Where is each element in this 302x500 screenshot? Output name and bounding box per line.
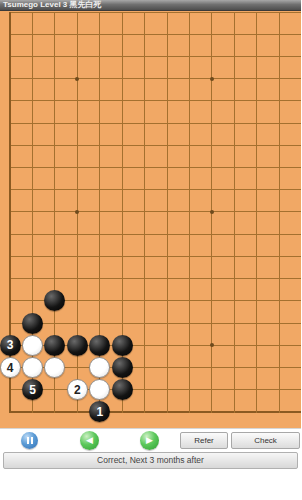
intersection[interactable] — [268, 245, 290, 267]
intersection[interactable] — [44, 356, 66, 378]
refer-button[interactable]: Refer — [180, 432, 228, 449]
intersection[interactable] — [178, 401, 200, 423]
intersection[interactable] — [156, 112, 178, 134]
black-stone — [67, 335, 88, 356]
intersection[interactable] — [291, 23, 302, 45]
intersection[interactable] — [0, 112, 21, 134]
intersection[interactable] — [291, 112, 302, 134]
intersection[interactable] — [111, 112, 133, 134]
intersection[interactable] — [89, 201, 111, 223]
intersection[interactable] — [223, 245, 245, 267]
black-stone — [22, 313, 43, 334]
intersection[interactable] — [291, 223, 302, 245]
intersection[interactable] — [111, 134, 133, 156]
intersection[interactable] — [178, 290, 200, 312]
intersection[interactable] — [201, 223, 223, 245]
intersection[interactable] — [133, 179, 155, 201]
intersection[interactable] — [44, 112, 66, 134]
intersection[interactable] — [246, 90, 268, 112]
intersection[interactable] — [246, 356, 268, 378]
intersection[interactable] — [21, 223, 43, 245]
intersection[interactable] — [66, 201, 88, 223]
intersection[interactable] — [156, 45, 178, 67]
intersection[interactable] — [66, 134, 88, 156]
back-arrow-icon: ◀ — [86, 431, 93, 450]
intersection[interactable] — [268, 90, 290, 112]
intersection[interactable] — [223, 90, 245, 112]
intersection[interactable] — [156, 401, 178, 423]
intersection[interactable] — [291, 201, 302, 223]
intersection[interactable] — [89, 112, 111, 134]
white-stone — [89, 379, 110, 400]
intersection[interactable] — [21, 401, 43, 423]
black-stone — [112, 379, 133, 400]
intersection[interactable] — [178, 112, 200, 134]
intersection[interactable] — [21, 112, 43, 134]
intersection[interactable] — [66, 156, 88, 178]
intersection[interactable] — [66, 11, 88, 23]
intersection[interactable] — [201, 112, 223, 134]
intersection[interactable] — [111, 268, 133, 290]
intersection[interactable] — [246, 156, 268, 178]
intersection[interactable] — [89, 11, 111, 23]
intersection[interactable] — [268, 334, 290, 356]
intersection[interactable] — [246, 334, 268, 356]
intersection[interactable] — [111, 201, 133, 223]
status-text: Correct, Next 3 months after — [97, 455, 204, 465]
intersection[interactable] — [133, 68, 155, 90]
star-point — [210, 77, 214, 81]
intersection[interactable] — [133, 401, 155, 423]
intersection[interactable] — [178, 312, 200, 334]
move-number: 2 — [74, 383, 81, 397]
intersection[interactable] — [156, 356, 178, 378]
intersection[interactable] — [156, 11, 178, 23]
intersection[interactable] — [223, 23, 245, 45]
intersection[interactable] — [44, 401, 66, 423]
intersection[interactable] — [0, 90, 21, 112]
intersection[interactable] — [201, 334, 223, 356]
intersection[interactable] — [66, 223, 88, 245]
intersection[interactable] — [201, 134, 223, 156]
intersection[interactable] — [223, 68, 245, 90]
intersection[interactable] — [111, 312, 133, 334]
intersection[interactable] — [246, 312, 268, 334]
white-stone — [89, 357, 110, 378]
intersection[interactable] — [21, 356, 43, 378]
intersection[interactable] — [223, 268, 245, 290]
intersection[interactable] — [133, 156, 155, 178]
intersection[interactable] — [66, 290, 88, 312]
intersection[interactable] — [268, 156, 290, 178]
intersection[interactable] — [21, 45, 43, 67]
black-stone — [44, 290, 65, 311]
intersection[interactable] — [223, 334, 245, 356]
intersection[interactable]: 4 — [0, 356, 21, 378]
intersection[interactable] — [156, 68, 178, 90]
intersection[interactable] — [178, 11, 200, 23]
black-stone — [44, 335, 65, 356]
intersection[interactable] — [21, 11, 43, 23]
intersection[interactable] — [111, 68, 133, 90]
intersection[interactable] — [66, 112, 88, 134]
intersection[interactable] — [201, 23, 223, 45]
intersection[interactable] — [133, 268, 155, 290]
intersection[interactable] — [21, 245, 43, 267]
intersection[interactable] — [0, 156, 21, 178]
black-stone — [89, 335, 110, 356]
intersection[interactable] — [0, 245, 21, 267]
intersection[interactable] — [66, 334, 88, 356]
intersection[interactable] — [178, 68, 200, 90]
intersection[interactable] — [44, 45, 66, 67]
intersection[interactable] — [268, 401, 290, 423]
intersection[interactable] — [111, 179, 133, 201]
intersection[interactable] — [201, 290, 223, 312]
intersection[interactable] — [133, 112, 155, 134]
move-number: 3 — [7, 338, 14, 352]
intersection[interactable] — [44, 68, 66, 90]
intersection[interactable] — [111, 356, 133, 378]
intersection[interactable] — [111, 401, 133, 423]
intersection[interactable] — [268, 112, 290, 134]
intersection[interactable] — [21, 268, 43, 290]
intersection[interactable] — [201, 90, 223, 112]
intersection[interactable] — [156, 245, 178, 267]
intersection[interactable] — [291, 45, 302, 67]
intersection[interactable] — [0, 179, 21, 201]
intersection[interactable] — [133, 245, 155, 267]
intersection[interactable] — [21, 334, 43, 356]
intersection[interactable] — [223, 45, 245, 67]
intersection[interactable] — [223, 401, 245, 423]
intersection[interactable] — [89, 334, 111, 356]
intersection[interactable] — [291, 134, 302, 156]
intersection[interactable] — [44, 245, 66, 267]
intersection[interactable] — [66, 68, 88, 90]
intersection[interactable] — [156, 290, 178, 312]
intersection[interactable] — [178, 23, 200, 45]
intersection[interactable] — [0, 401, 21, 423]
star-point — [75, 210, 79, 214]
intersection[interactable] — [201, 356, 223, 378]
intersection[interactable] — [178, 379, 200, 401]
intersection[interactable] — [178, 334, 200, 356]
intersection[interactable] — [133, 356, 155, 378]
intersection[interactable] — [44, 11, 66, 23]
intersection[interactable] — [44, 312, 66, 334]
intersection[interactable] — [178, 201, 200, 223]
intersection[interactable] — [133, 134, 155, 156]
intersection[interactable] — [111, 90, 133, 112]
intersection[interactable] — [246, 290, 268, 312]
intersection[interactable] — [89, 356, 111, 378]
intersection[interactable] — [21, 290, 43, 312]
intersection[interactable] — [89, 45, 111, 67]
intersection[interactable] — [44, 179, 66, 201]
intersection[interactable] — [44, 379, 66, 401]
intersection[interactable] — [291, 245, 302, 267]
intersection[interactable] — [246, 223, 268, 245]
intersection[interactable] — [21, 90, 43, 112]
intersection[interactable] — [268, 223, 290, 245]
intersection[interactable] — [223, 179, 245, 201]
intersection[interactable] — [291, 156, 302, 178]
intersection[interactable] — [111, 379, 133, 401]
intersection[interactable] — [21, 68, 43, 90]
intersection[interactable] — [0, 201, 21, 223]
intersection[interactable] — [156, 379, 178, 401]
intersection[interactable] — [178, 90, 200, 112]
intersection[interactable] — [223, 223, 245, 245]
intersection[interactable] — [0, 290, 21, 312]
intersection[interactable] — [201, 201, 223, 223]
intersection[interactable] — [268, 201, 290, 223]
intersection[interactable] — [268, 268, 290, 290]
intersection[interactable] — [133, 45, 155, 67]
intersection[interactable] — [246, 201, 268, 223]
intersection[interactable] — [89, 290, 111, 312]
intersection[interactable] — [66, 179, 88, 201]
intersection[interactable] — [246, 45, 268, 67]
title-bar: Tsumego Level 3 黑先白死 — [0, 0, 301, 11]
black-stone — [112, 335, 133, 356]
intersection[interactable] — [201, 68, 223, 90]
intersection[interactable] — [201, 245, 223, 267]
intersection[interactable] — [246, 23, 268, 45]
intersection[interactable] — [0, 11, 21, 23]
intersection[interactable] — [246, 11, 268, 23]
pause-button[interactable] — [21, 432, 38, 449]
intersection[interactable] — [44, 156, 66, 178]
intersection[interactable] — [291, 179, 302, 201]
intersection[interactable] — [156, 90, 178, 112]
intersection[interactable] — [201, 312, 223, 334]
intersection[interactable] — [178, 356, 200, 378]
intersection[interactable] — [156, 334, 178, 356]
intersection[interactable] — [21, 156, 43, 178]
check-button[interactable]: Check — [231, 432, 300, 449]
intersection[interactable] — [246, 268, 268, 290]
intersection[interactable] — [66, 312, 88, 334]
intersection[interactable] — [291, 401, 302, 423]
intersection[interactable] — [156, 179, 178, 201]
intersection[interactable] — [291, 268, 302, 290]
intersection[interactable] — [291, 379, 302, 401]
intersection[interactable] — [21, 23, 43, 45]
intersection[interactable] — [223, 312, 245, 334]
intersection[interactable] — [223, 11, 245, 23]
intersection[interactable] — [0, 68, 21, 90]
intersection[interactable] — [0, 223, 21, 245]
intersection[interactable] — [111, 245, 133, 267]
intersection[interactable] — [268, 312, 290, 334]
intersection[interactable] — [21, 201, 43, 223]
intersection[interactable] — [178, 223, 200, 245]
intersection[interactable] — [0, 312, 21, 334]
intersection[interactable] — [223, 156, 245, 178]
intersection[interactable] — [21, 134, 43, 156]
intersection[interactable] — [111, 11, 133, 23]
intersection[interactable] — [201, 379, 223, 401]
intersection[interactable] — [66, 401, 88, 423]
intersection[interactable] — [66, 245, 88, 267]
intersection[interactable] — [89, 379, 111, 401]
intersection[interactable] — [201, 401, 223, 423]
intersection[interactable] — [201, 268, 223, 290]
move-number: 4 — [7, 361, 14, 375]
intersection[interactable] — [268, 68, 290, 90]
intersection[interactable] — [66, 90, 88, 112]
intersection[interactable] — [111, 45, 133, 67]
intersection[interactable] — [223, 356, 245, 378]
intersection[interactable] — [156, 23, 178, 45]
intersection[interactable] — [44, 334, 66, 356]
intersection[interactable] — [156, 312, 178, 334]
intersection[interactable] — [89, 312, 111, 334]
intersection[interactable] — [133, 201, 155, 223]
intersection[interactable] — [89, 23, 111, 45]
intersection[interactable] — [268, 379, 290, 401]
intersection[interactable] — [21, 179, 43, 201]
intersection[interactable] — [291, 312, 302, 334]
board-grid: 34521 — [0, 11, 301, 423]
intersection[interactable] — [0, 134, 21, 156]
star-point — [210, 343, 214, 347]
intersection[interactable] — [178, 245, 200, 267]
intersection[interactable]: 2 — [66, 379, 88, 401]
intersection[interactable] — [268, 45, 290, 67]
go-board: 34521 — [0, 11, 301, 428]
intersection[interactable] — [178, 156, 200, 178]
intersection[interactable]: 5 — [21, 379, 43, 401]
intersection[interactable] — [268, 356, 290, 378]
intersection[interactable] — [89, 268, 111, 290]
intersection[interactable] — [44, 134, 66, 156]
intersection[interactable] — [201, 11, 223, 23]
intersection[interactable] — [66, 268, 88, 290]
intersection[interactable] — [201, 45, 223, 67]
intersection[interactable] — [89, 90, 111, 112]
black-stone: 3 — [0, 335, 21, 356]
white-stone — [22, 335, 43, 356]
intersection[interactable] — [66, 23, 88, 45]
intersection[interactable] — [291, 90, 302, 112]
intersection[interactable] — [0, 379, 21, 401]
intersection[interactable] — [44, 223, 66, 245]
intersection[interactable] — [133, 11, 155, 23]
intersection[interactable] — [178, 179, 200, 201]
intersection[interactable] — [268, 179, 290, 201]
intersection[interactable] — [291, 11, 302, 23]
intersection[interactable] — [66, 45, 88, 67]
intersection[interactable] — [156, 201, 178, 223]
intersection[interactable] — [201, 179, 223, 201]
intersection[interactable] — [133, 23, 155, 45]
intersection[interactable] — [246, 245, 268, 267]
intersection[interactable] — [268, 11, 290, 23]
intersection[interactable] — [44, 90, 66, 112]
intersection[interactable] — [89, 223, 111, 245]
intersection[interactable]: 3 — [0, 334, 21, 356]
intersection[interactable] — [178, 134, 200, 156]
intersection[interactable] — [89, 156, 111, 178]
intersection[interactable] — [111, 223, 133, 245]
intersection[interactable] — [89, 134, 111, 156]
intersection[interactable] — [291, 68, 302, 90]
intersection[interactable] — [246, 401, 268, 423]
intersection[interactable] — [246, 68, 268, 90]
intersection[interactable] — [268, 23, 290, 45]
intersection[interactable] — [0, 268, 21, 290]
black-stone: 5 — [22, 379, 43, 400]
intersection[interactable] — [223, 379, 245, 401]
app-title: Tsumego Level 3 黑先白死 — [0, 0, 301, 10]
intersection[interactable] — [178, 268, 200, 290]
intersection[interactable] — [89, 179, 111, 201]
intersection[interactable] — [291, 356, 302, 378]
intersection[interactable] — [223, 134, 245, 156]
star-point — [210, 210, 214, 214]
intersection[interactable] — [156, 268, 178, 290]
intersection[interactable] — [111, 156, 133, 178]
intersection[interactable] — [111, 23, 133, 45]
toolbar: ◀ ▶ Refer Check — [0, 428, 301, 452]
intersection[interactable] — [156, 156, 178, 178]
intersection[interactable] — [223, 201, 245, 223]
intersection[interactable] — [44, 268, 66, 290]
intersection[interactable] — [133, 90, 155, 112]
intersection[interactable] — [223, 112, 245, 134]
intersection[interactable] — [246, 134, 268, 156]
intersection[interactable] — [246, 112, 268, 134]
intersection[interactable] — [133, 290, 155, 312]
intersection[interactable] — [178, 45, 200, 67]
intersection[interactable] — [0, 45, 21, 67]
intersection[interactable]: 1 — [89, 401, 111, 423]
intersection[interactable] — [246, 179, 268, 201]
intersection[interactable] — [0, 23, 21, 45]
intersection[interactable] — [133, 334, 155, 356]
intersection[interactable] — [89, 245, 111, 267]
intersection[interactable] — [268, 290, 290, 312]
intersection[interactable] — [89, 68, 111, 90]
intersection[interactable] — [246, 379, 268, 401]
intersection[interactable] — [111, 334, 133, 356]
intersection[interactable] — [133, 223, 155, 245]
intersection[interactable] — [44, 201, 66, 223]
move-number: 5 — [29, 383, 36, 397]
next-move-button[interactable]: ▶ — [140, 431, 159, 450]
intersection[interactable] — [201, 156, 223, 178]
intersection[interactable] — [44, 290, 66, 312]
intersection[interactable] — [21, 312, 43, 334]
prev-move-button[interactable]: ◀ — [80, 431, 99, 450]
intersection[interactable] — [223, 290, 245, 312]
intersection[interactable] — [133, 379, 155, 401]
star-point — [75, 77, 79, 81]
intersection[interactable] — [66, 356, 88, 378]
move-number: 1 — [96, 405, 103, 419]
intersection[interactable] — [133, 312, 155, 334]
intersection[interactable] — [156, 134, 178, 156]
intersection[interactable] — [44, 23, 66, 45]
intersection[interactable] — [268, 134, 290, 156]
intersection[interactable] — [291, 334, 302, 356]
intersection[interactable] — [156, 223, 178, 245]
intersection[interactable] — [111, 290, 133, 312]
intersection[interactable] — [291, 290, 302, 312]
